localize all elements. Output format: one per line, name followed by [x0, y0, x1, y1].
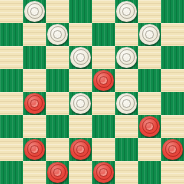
white-checker[interactable] [24, 1, 45, 22]
square-9[interactable] [23, 46, 46, 69]
square-17[interactable] [23, 92, 46, 115]
square-13[interactable] [0, 69, 23, 92]
light-square [0, 0, 23, 23]
red-checker[interactable] [139, 116, 160, 137]
white-checker[interactable] [116, 47, 137, 68]
light-square [0, 92, 23, 115]
white-checker[interactable] [47, 24, 68, 45]
light-square [115, 161, 138, 184]
light-square [138, 92, 161, 115]
light-square [115, 23, 138, 46]
light-square [138, 0, 161, 23]
square-6[interactable] [46, 23, 69, 46]
light-square [115, 115, 138, 138]
square-30[interactable] [46, 161, 69, 184]
white-checker[interactable] [116, 1, 137, 22]
square-26[interactable] [69, 138, 92, 161]
square-31[interactable] [92, 161, 115, 184]
square-11[interactable] [115, 46, 138, 69]
red-checker[interactable] [162, 139, 183, 160]
square-18[interactable] [69, 92, 92, 115]
white-checker[interactable] [70, 93, 91, 114]
square-23[interactable] [92, 115, 115, 138]
light-square [0, 138, 23, 161]
light-square [69, 161, 92, 184]
light-square [69, 115, 92, 138]
light-square [0, 46, 23, 69]
light-square [46, 0, 69, 23]
light-square [138, 46, 161, 69]
square-22[interactable] [46, 115, 69, 138]
square-5[interactable] [0, 23, 23, 46]
checkers-board [0, 0, 184, 184]
square-3[interactable] [115, 0, 138, 23]
board-grid [0, 0, 184, 184]
red-checker[interactable] [24, 139, 45, 160]
light-square [23, 23, 46, 46]
red-checker[interactable] [47, 162, 68, 183]
light-square [161, 161, 184, 184]
light-square [92, 92, 115, 115]
square-32[interactable] [138, 161, 161, 184]
light-square [115, 69, 138, 92]
square-16[interactable] [138, 69, 161, 92]
light-square [92, 0, 115, 23]
square-1[interactable] [23, 0, 46, 23]
white-checker[interactable] [139, 24, 160, 45]
square-8[interactable] [138, 23, 161, 46]
square-10[interactable] [69, 46, 92, 69]
square-12[interactable] [161, 46, 184, 69]
light-square [23, 161, 46, 184]
white-checker[interactable] [70, 47, 91, 68]
light-square [69, 23, 92, 46]
red-checker[interactable] [24, 93, 45, 114]
square-20[interactable] [161, 92, 184, 115]
light-square [23, 69, 46, 92]
square-27[interactable] [115, 138, 138, 161]
square-19[interactable] [115, 92, 138, 115]
light-square [23, 115, 46, 138]
square-21[interactable] [0, 115, 23, 138]
square-15[interactable] [92, 69, 115, 92]
light-square [138, 138, 161, 161]
light-square [46, 46, 69, 69]
square-7[interactable] [92, 23, 115, 46]
light-square [161, 115, 184, 138]
red-checker[interactable] [70, 139, 91, 160]
square-24[interactable] [138, 115, 161, 138]
square-28[interactable] [161, 138, 184, 161]
light-square [92, 138, 115, 161]
white-checker[interactable] [116, 93, 137, 114]
light-square [46, 92, 69, 115]
light-square [161, 23, 184, 46]
square-29[interactable] [0, 161, 23, 184]
red-checker[interactable] [93, 162, 114, 183]
light-square [161, 69, 184, 92]
square-4[interactable] [161, 0, 184, 23]
square-2[interactable] [69, 0, 92, 23]
square-14[interactable] [46, 69, 69, 92]
red-checker[interactable] [93, 70, 114, 91]
square-25[interactable] [23, 138, 46, 161]
light-square [92, 46, 115, 69]
light-square [69, 69, 92, 92]
light-square [46, 138, 69, 161]
